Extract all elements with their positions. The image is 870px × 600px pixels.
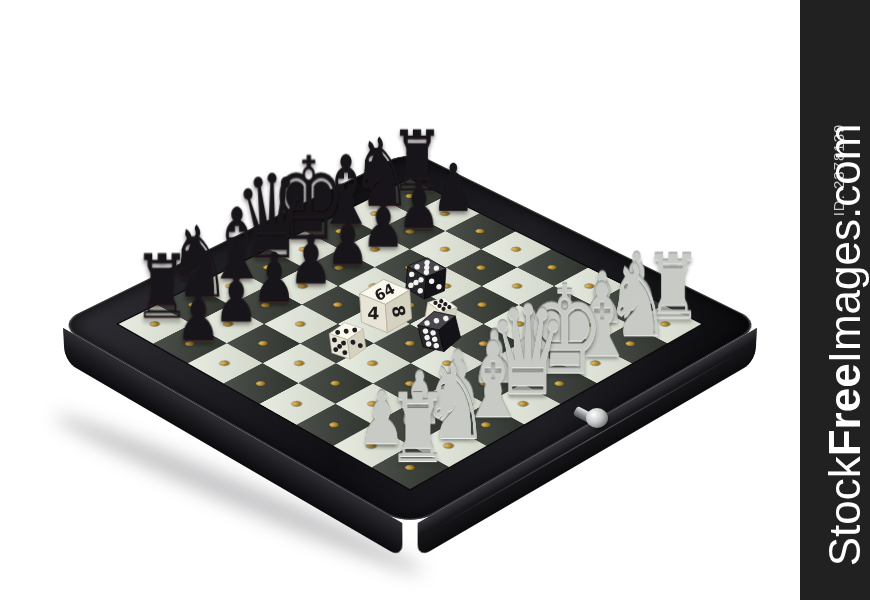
peg-hole-icon bbox=[292, 360, 305, 367]
peg-hole-icon bbox=[510, 246, 522, 252]
peg-hole-icon bbox=[330, 340, 343, 347]
knob-cap bbox=[586, 408, 608, 428]
peg-hole-icon bbox=[291, 400, 304, 407]
peg-hole-icon bbox=[367, 360, 380, 367]
brand-prefix: Stock bbox=[820, 456, 869, 566]
white-rook: ♜ bbox=[387, 382, 448, 476]
photo-canvas: ♜♞♝♛♚♝♞♜♟♟♟♟♟♟♟♟♟♟♟♟♟♟♟♟♜♞♝♛♚♝♞♜ 6448 ID… bbox=[0, 0, 870, 600]
peg-hole-icon bbox=[474, 228, 486, 234]
peg-hole-icon bbox=[327, 421, 340, 428]
peg-hole-icon bbox=[404, 302, 417, 309]
peg-hole-icon bbox=[440, 321, 453, 328]
peg-hole-icon bbox=[331, 302, 344, 309]
watermark-bar: ID: 2378139 StockFreeImages.com bbox=[800, 0, 870, 600]
peg-hole-icon bbox=[404, 340, 417, 347]
peg-hole-icon bbox=[440, 283, 453, 290]
peg-hole-icon bbox=[475, 264, 487, 270]
peg-hole-icon bbox=[404, 264, 416, 270]
peg-hole-icon bbox=[254, 380, 267, 387]
drawer-knob-icon bbox=[572, 402, 614, 434]
peg-hole-icon bbox=[439, 246, 451, 252]
peg-hole-icon bbox=[257, 340, 270, 347]
peg-hole-icon bbox=[218, 360, 231, 367]
peg-hole-icon bbox=[476, 302, 489, 309]
watermark-brand: StockFreeImages.com bbox=[820, 124, 870, 567]
peg-hole-icon bbox=[367, 321, 380, 328]
brand-bold: Free bbox=[820, 363, 869, 456]
peg-hole-icon bbox=[329, 380, 342, 387]
brand-suffix: Images.com bbox=[820, 124, 869, 364]
peg-hole-icon bbox=[368, 283, 381, 290]
black-pawn: ♟ bbox=[175, 282, 220, 352]
peg-hole-icon bbox=[294, 321, 307, 328]
